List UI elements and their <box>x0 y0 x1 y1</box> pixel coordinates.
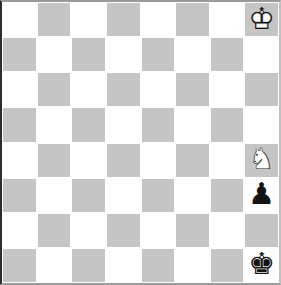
square-h3[interactable]: ♟ <box>244 178 279 213</box>
white-knight-glyph: ♘ <box>248 144 275 174</box>
square-f7[interactable] <box>175 37 210 72</box>
square-e7[interactable] <box>141 37 176 72</box>
square-c3[interactable] <box>71 178 106 213</box>
square-h8[interactable]: ♚♔ <box>244 2 279 37</box>
square-d3[interactable] <box>106 178 141 213</box>
square-h2[interactable] <box>244 213 279 248</box>
square-f5[interactable] <box>175 107 210 142</box>
square-e1[interactable] <box>141 248 176 283</box>
square-h6[interactable] <box>244 72 279 107</box>
square-e4[interactable] <box>141 143 176 178</box>
square-f4[interactable] <box>175 143 210 178</box>
square-c4[interactable] <box>71 143 106 178</box>
square-c6[interactable] <box>71 72 106 107</box>
square-b5[interactable] <box>37 107 72 142</box>
square-g8[interactable] <box>210 2 245 37</box>
square-a2[interactable] <box>2 213 37 248</box>
square-a5[interactable] <box>2 107 37 142</box>
black-king-glyph: ♚ <box>248 250 275 280</box>
square-g1[interactable] <box>210 248 245 283</box>
square-e6[interactable] <box>141 72 176 107</box>
square-d1[interactable] <box>106 248 141 283</box>
black-pawn-h3[interactable]: ♟ <box>244 178 279 213</box>
square-b8[interactable] <box>37 2 72 37</box>
square-a4[interactable] <box>2 143 37 178</box>
square-b1[interactable] <box>37 248 72 283</box>
square-b3[interactable] <box>37 178 72 213</box>
square-d7[interactable] <box>106 37 141 72</box>
square-e2[interactable] <box>141 213 176 248</box>
square-c2[interactable] <box>71 213 106 248</box>
square-g5[interactable] <box>210 107 245 142</box>
square-e3[interactable] <box>141 178 176 213</box>
chess-diagram: ♚♔♞♘♟♚ <box>0 0 281 285</box>
square-b7[interactable] <box>37 37 72 72</box>
square-c5[interactable] <box>71 107 106 142</box>
square-f2[interactable] <box>175 213 210 248</box>
square-a8[interactable] <box>2 2 37 37</box>
square-h5[interactable] <box>244 107 279 142</box>
square-f6[interactable] <box>175 72 210 107</box>
square-e8[interactable] <box>141 2 176 37</box>
square-c1[interactable] <box>71 248 106 283</box>
white-knight-h4[interactable]: ♞♘ <box>244 143 279 178</box>
square-h7[interactable] <box>244 37 279 72</box>
white-king-glyph: ♔ <box>248 4 275 34</box>
square-b2[interactable] <box>37 213 72 248</box>
square-a7[interactable] <box>2 37 37 72</box>
square-b6[interactable] <box>37 72 72 107</box>
square-d6[interactable] <box>106 72 141 107</box>
square-g2[interactable] <box>210 213 245 248</box>
square-d5[interactable] <box>106 107 141 142</box>
square-a1[interactable] <box>2 248 37 283</box>
black-pawn-glyph: ♟ <box>248 180 275 210</box>
square-f1[interactable] <box>175 248 210 283</box>
square-d2[interactable] <box>106 213 141 248</box>
square-g4[interactable] <box>210 143 245 178</box>
square-e5[interactable] <box>141 107 176 142</box>
chess-board: ♚♔♞♘♟♚ <box>0 0 281 285</box>
white-king-h8[interactable]: ♚♔ <box>244 2 279 37</box>
square-f8[interactable] <box>175 2 210 37</box>
square-g3[interactable] <box>210 178 245 213</box>
square-c7[interactable] <box>71 37 106 72</box>
square-h1[interactable]: ♚ <box>244 248 279 283</box>
square-h4[interactable]: ♞♘ <box>244 143 279 178</box>
square-b4[interactable] <box>37 143 72 178</box>
square-f3[interactable] <box>175 178 210 213</box>
square-d4[interactable] <box>106 143 141 178</box>
square-a3[interactable] <box>2 178 37 213</box>
square-g7[interactable] <box>210 37 245 72</box>
square-d8[interactable] <box>106 2 141 37</box>
square-g6[interactable] <box>210 72 245 107</box>
black-king-h1[interactable]: ♚ <box>244 248 279 283</box>
square-c8[interactable] <box>71 2 106 37</box>
square-a6[interactable] <box>2 72 37 107</box>
